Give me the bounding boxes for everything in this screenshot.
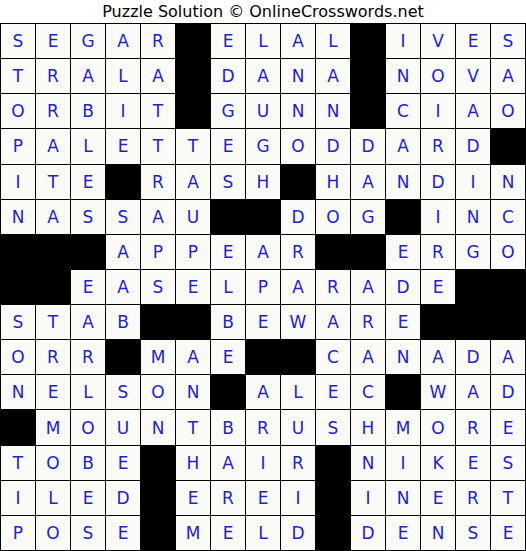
letter-cell-r11c13: W <box>421 375 455 409</box>
letter-cell-r15c9: D <box>281 516 315 550</box>
letter-cell-r8c9: A <box>281 270 315 304</box>
letter-cell-r8c4: A <box>106 270 140 304</box>
letter-cell-r4c12: A <box>386 129 420 163</box>
letter-cell-r12c15: E <box>491 410 525 444</box>
letter-cell-r3c15: O <box>491 94 525 128</box>
letter-cell-r12c2: M <box>36 410 70 444</box>
block-cell-r1c6 <box>176 24 210 58</box>
letter-cell-r4c3: L <box>71 129 105 163</box>
letter-cell-r4c7: E <box>211 129 245 163</box>
letter-cell-r6c5: A <box>141 200 175 234</box>
letter-cell-r6c9: D <box>281 200 315 234</box>
letter-cell-r11c8: A <box>246 375 280 409</box>
letter-cell-r3c3: B <box>71 94 105 128</box>
block-cell-r9c14 <box>456 305 490 339</box>
block-cell-r2c11 <box>351 59 385 93</box>
letter-cell-r6c3: S <box>71 200 105 234</box>
block-cell-r10c9 <box>281 340 315 374</box>
letter-cell-r11c15: D <box>491 375 525 409</box>
letter-cell-r12c5: N <box>141 410 175 444</box>
letter-cell-r11c4: S <box>106 375 140 409</box>
letter-cell-r2c9: N <box>281 59 315 93</box>
letter-cell-r6c14: N <box>456 200 490 234</box>
letter-cell-r1c5: R <box>141 24 175 58</box>
letter-cell-r15c3: S <box>71 516 105 550</box>
letter-cell-r10c2: R <box>36 340 70 374</box>
letter-cell-r14c7: R <box>211 481 245 515</box>
letter-cell-r8c6: E <box>176 270 210 304</box>
letter-cell-r11c10: E <box>316 375 350 409</box>
block-cell-r11c7 <box>211 375 245 409</box>
letter-cell-r3c12: C <box>386 94 420 128</box>
letter-cell-r2c5: A <box>141 59 175 93</box>
letter-cell-r13c11: N <box>351 446 385 480</box>
letter-cell-r2c2: R <box>36 59 70 93</box>
letter-cell-r2c14: V <box>456 59 490 93</box>
letter-cell-r9c4: B <box>106 305 140 339</box>
letter-cell-r14c1: I <box>1 481 35 515</box>
letter-cell-r15c11: D <box>351 516 385 550</box>
letter-cell-r5c5: R <box>141 165 175 199</box>
block-cell-r3c11 <box>351 94 385 128</box>
letter-cell-r11c6: N <box>176 375 210 409</box>
letter-cell-r9c11: R <box>351 305 385 339</box>
letter-cell-r5c7: S <box>211 165 245 199</box>
letter-cell-r14c6: E <box>176 481 210 515</box>
letter-cell-r5c3: E <box>71 165 105 199</box>
block-cell-r8c1 <box>1 270 35 304</box>
block-cell-r7c2 <box>36 235 70 269</box>
letter-cell-r11c1: N <box>1 375 35 409</box>
letter-cell-r12c13: O <box>421 410 455 444</box>
letter-cell-r14c8: E <box>246 481 280 515</box>
letter-cell-r10c10: C <box>316 340 350 374</box>
letter-cell-r6c6: U <box>176 200 210 234</box>
letter-cell-r2c15: A <box>491 59 525 93</box>
letter-cell-r6c1: N <box>1 200 35 234</box>
letter-cell-r11c9: L <box>281 375 315 409</box>
letter-cell-r7c6: P <box>176 235 210 269</box>
letter-cell-r4c2: A <box>36 129 70 163</box>
block-cell-r6c7 <box>211 200 245 234</box>
letter-cell-r1c7: E <box>211 24 245 58</box>
letter-cell-r13c7: A <box>211 446 245 480</box>
letter-cell-r6c11: G <box>351 200 385 234</box>
letter-cell-r10c14: D <box>456 340 490 374</box>
letter-cell-r14c11: I <box>351 481 385 515</box>
letter-cell-r13c13: K <box>421 446 455 480</box>
letter-cell-r4c8: G <box>246 129 280 163</box>
letter-cell-r5c15: N <box>491 165 525 199</box>
block-cell-r7c1 <box>1 235 35 269</box>
letter-cell-r1c10: L <box>316 24 350 58</box>
letter-cell-r2c3: A <box>71 59 105 93</box>
letter-cell-r15c8: L <box>246 516 280 550</box>
letter-cell-r2c13: O <box>421 59 455 93</box>
letter-cell-r3c10: N <box>316 94 350 128</box>
letter-cell-r3c9: N <box>281 94 315 128</box>
letter-cell-r1c8: L <box>246 24 280 58</box>
letter-cell-r3c4: I <box>106 94 140 128</box>
letter-cell-r9c10: A <box>316 305 350 339</box>
letter-cell-r4c10: D <box>316 129 350 163</box>
letter-cell-r7c13: R <box>421 235 455 269</box>
letter-cell-r1c14: E <box>456 24 490 58</box>
letter-cell-r6c2: A <box>36 200 70 234</box>
block-cell-r5c4 <box>106 165 140 199</box>
letter-cell-r1c13: V <box>421 24 455 58</box>
letter-cell-r7c15: O <box>491 235 525 269</box>
letter-cell-r7c5: P <box>141 235 175 269</box>
letter-cell-r4c5: T <box>141 129 175 163</box>
block-cell-r7c10 <box>316 235 350 269</box>
letter-cell-r2c4: L <box>106 59 140 93</box>
letter-cell-r10c15: A <box>491 340 525 374</box>
letter-cell-r9c3: A <box>71 305 105 339</box>
block-cell-r10c4 <box>106 340 140 374</box>
letter-cell-r13c8: I <box>246 446 280 480</box>
letter-cell-r11c11: C <box>351 375 385 409</box>
letter-cell-r7c8: A <box>246 235 280 269</box>
letter-cell-r5c11: A <box>351 165 385 199</box>
letter-cell-r10c12: N <box>386 340 420 374</box>
letter-cell-r6c13: I <box>421 200 455 234</box>
letter-cell-r2c1: T <box>1 59 35 93</box>
letter-cell-r8c8: P <box>246 270 280 304</box>
letter-cell-r5c8: H <box>246 165 280 199</box>
letter-cell-r2c10: A <box>316 59 350 93</box>
letter-cell-r7c9: R <box>281 235 315 269</box>
block-cell-r1c11 <box>351 24 385 58</box>
letter-cell-r5c1: I <box>1 165 35 199</box>
letter-cell-r1c4: A <box>106 24 140 58</box>
letter-cell-r7c12: E <box>386 235 420 269</box>
block-cell-r14c10 <box>316 481 350 515</box>
block-cell-r7c3 <box>71 235 105 269</box>
block-cell-r8c14 <box>456 270 490 304</box>
letter-cell-r5c2: T <box>36 165 70 199</box>
letter-cell-r15c2: O <box>36 516 70 550</box>
letter-cell-r15c6: M <box>176 516 210 550</box>
letter-cell-r15c15: E <box>491 516 525 550</box>
letter-cell-r9c12: E <box>386 305 420 339</box>
letter-cell-r1c1: S <box>1 24 35 58</box>
block-cell-r8c2 <box>36 270 70 304</box>
block-cell-r13c5 <box>141 446 175 480</box>
letter-cell-r3c2: R <box>36 94 70 128</box>
letter-cell-r8c12: D <box>386 270 420 304</box>
letter-cell-r13c2: O <box>36 446 70 480</box>
letter-cell-r10c6: A <box>176 340 210 374</box>
letter-cell-r7c7: E <box>211 235 245 269</box>
letter-cell-r14c9: I <box>281 481 315 515</box>
letter-cell-r3c13: I <box>421 94 455 128</box>
letter-cell-r15c12: E <box>386 516 420 550</box>
letter-cell-r15c13: N <box>421 516 455 550</box>
letter-cell-r11c2: E <box>36 375 70 409</box>
letter-cell-r8c3: E <box>71 270 105 304</box>
block-cell-r3c6 <box>176 94 210 128</box>
letter-cell-r12c12: M <box>386 410 420 444</box>
block-cell-r6c8 <box>246 200 280 234</box>
letter-cell-r14c3: E <box>71 481 105 515</box>
letter-cell-r1c12: I <box>386 24 420 58</box>
letter-cell-r15c4: E <box>106 516 140 550</box>
letter-cell-r4c1: P <box>1 129 35 163</box>
letter-cell-r9c7: B <box>211 305 245 339</box>
block-cell-r14c5 <box>141 481 175 515</box>
page-title: Puzzle Solution © OnlineCrosswords.net <box>0 0 526 23</box>
block-cell-r15c10 <box>316 516 350 550</box>
block-cell-r8c15 <box>491 270 525 304</box>
letter-cell-r13c12: I <box>386 446 420 480</box>
letter-cell-r7c4: A <box>106 235 140 269</box>
letter-cell-r15c7: E <box>211 516 245 550</box>
letter-cell-r6c15: C <box>491 200 525 234</box>
letter-cell-r1c15: S <box>491 24 525 58</box>
letter-cell-r14c2: L <box>36 481 70 515</box>
letter-cell-r12c14: R <box>456 410 490 444</box>
block-cell-r9c5 <box>141 305 175 339</box>
letter-cell-r12c10: S <box>316 410 350 444</box>
letter-cell-r2c7: D <box>211 59 245 93</box>
letter-cell-r9c2: T <box>36 305 70 339</box>
block-cell-r4c15 <box>491 129 525 163</box>
letter-cell-r13c4: E <box>106 446 140 480</box>
letter-cell-r4c6: T <box>176 129 210 163</box>
letter-cell-r4c9: O <box>281 129 315 163</box>
letter-cell-r2c8: A <box>246 59 280 93</box>
block-cell-r9c6 <box>176 305 210 339</box>
block-cell-r11c12 <box>386 375 420 409</box>
letter-cell-r4c4: E <box>106 129 140 163</box>
letter-cell-r7c14: G <box>456 235 490 269</box>
letter-cell-r1c3: G <box>71 24 105 58</box>
letter-cell-r3c5: T <box>141 94 175 128</box>
letter-cell-r13c6: H <box>176 446 210 480</box>
letter-cell-r14c15: T <box>491 481 525 515</box>
letter-cell-r1c9: A <box>281 24 315 58</box>
letter-cell-r10c3: R <box>71 340 105 374</box>
letter-cell-r13c9: R <box>281 446 315 480</box>
letter-cell-r10c13: A <box>421 340 455 374</box>
letter-cell-r10c5: M <box>141 340 175 374</box>
block-cell-r7c11 <box>351 235 385 269</box>
letter-cell-r11c5: O <box>141 375 175 409</box>
letter-cell-r3c14: A <box>456 94 490 128</box>
letter-cell-r8c13: E <box>421 270 455 304</box>
letter-cell-r13c14: E <box>456 446 490 480</box>
letter-cell-r8c11: A <box>351 270 385 304</box>
letter-cell-r4c11: D <box>351 129 385 163</box>
letter-cell-r2c12: N <box>386 59 420 93</box>
letter-cell-r6c4: S <box>106 200 140 234</box>
letter-cell-r3c1: O <box>1 94 35 128</box>
letter-cell-r5c6: A <box>176 165 210 199</box>
letter-cell-r12c9: U <box>281 410 315 444</box>
letter-cell-r15c1: P <box>1 516 35 550</box>
block-cell-r13c10 <box>316 446 350 480</box>
letter-cell-r14c4: D <box>106 481 140 515</box>
letter-cell-r14c14: R <box>456 481 490 515</box>
letter-cell-r5c12: N <box>386 165 420 199</box>
block-cell-r9c13 <box>421 305 455 339</box>
block-cell-r6c12 <box>386 200 420 234</box>
letter-cell-r10c11: A <box>351 340 385 374</box>
block-cell-r15c5 <box>141 516 175 550</box>
letter-cell-r14c13: E <box>421 481 455 515</box>
letter-cell-r6c10: O <box>316 200 350 234</box>
block-cell-r2c6 <box>176 59 210 93</box>
letter-cell-r5c10: H <box>316 165 350 199</box>
letter-cell-r12c6: T <box>176 410 210 444</box>
letter-cell-r9c1: S <box>1 305 35 339</box>
letter-cell-r8c7: L <box>211 270 245 304</box>
letter-cell-r1c2: E <box>36 24 70 58</box>
block-cell-r5c9 <box>281 165 315 199</box>
block-cell-r10c8 <box>246 340 280 374</box>
letter-cell-r4c14: D <box>456 129 490 163</box>
letter-cell-r12c8: R <box>246 410 280 444</box>
letter-cell-r9c8: E <box>246 305 280 339</box>
letter-cell-r14c12: N <box>386 481 420 515</box>
letter-cell-r12c11: H <box>351 410 385 444</box>
letter-cell-r10c1: O <box>1 340 35 374</box>
letter-cell-r11c14: A <box>456 375 490 409</box>
letter-cell-r12c3: O <box>71 410 105 444</box>
block-cell-r12c1 <box>1 410 35 444</box>
letter-cell-r9c9: W <box>281 305 315 339</box>
letter-cell-r5c13: D <box>421 165 455 199</box>
letter-cell-r4c13: R <box>421 129 455 163</box>
letter-cell-r12c7: B <box>211 410 245 444</box>
letter-cell-r8c10: R <box>316 270 350 304</box>
letter-cell-r8c5: S <box>141 270 175 304</box>
letter-cell-r13c15: S <box>491 446 525 480</box>
letter-cell-r3c8: U <box>246 94 280 128</box>
letter-cell-r13c1: T <box>1 446 35 480</box>
letter-cell-r12c4: U <box>106 410 140 444</box>
letter-cell-r10c7: E <box>211 340 245 374</box>
crossword-grid: SEGARELALIVESTRALADANANOVAORBITGUNNCIAOP… <box>0 23 526 551</box>
letter-cell-r11c3: L <box>71 375 105 409</box>
letter-cell-r3c7: G <box>211 94 245 128</box>
letter-cell-r15c14: S <box>456 516 490 550</box>
block-cell-r9c15 <box>491 305 525 339</box>
letter-cell-r13c3: B <box>71 446 105 480</box>
letter-cell-r5c14: I <box>456 165 490 199</box>
